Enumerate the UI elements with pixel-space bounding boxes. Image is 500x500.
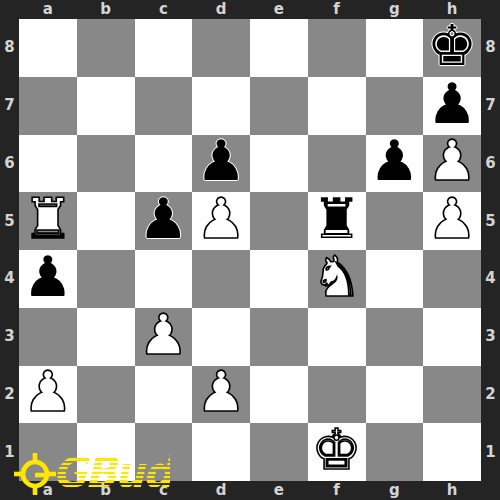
square-c2[interactable]	[135, 366, 193, 424]
square-g6[interactable]: ♟	[366, 135, 424, 193]
square-e2[interactable]	[250, 366, 308, 424]
square-a5[interactable]: ♜	[19, 192, 77, 250]
file-label-g: g	[366, 481, 424, 500]
square-a7[interactable]	[19, 77, 77, 135]
square-b6[interactable]	[77, 135, 135, 193]
file-label-d: d	[192, 0, 250, 19]
rank-label-7: 7	[481, 77, 500, 135]
square-d4[interactable]	[192, 250, 250, 308]
rank-labels-right: 87654321	[481, 19, 500, 481]
square-d2[interactable]: ♟	[192, 366, 250, 424]
board: ♚♟♟♟♟♜♟♟♜♟♟♞♟♟♟♚	[19, 19, 481, 481]
square-e5[interactable]	[250, 192, 308, 250]
square-f8[interactable]	[308, 19, 366, 77]
square-b2[interactable]	[77, 366, 135, 424]
square-d8[interactable]	[192, 19, 250, 77]
rank-label-4: 4	[0, 250, 19, 308]
square-a8[interactable]	[19, 19, 77, 77]
chess-board-screenshot: abcdefgh 87654321 87654321 abcdefgh ♚♟♟♟…	[0, 0, 500, 500]
white-pawn[interactable]: ♟	[138, 307, 188, 363]
square-g7[interactable]	[366, 77, 424, 135]
square-e7[interactable]	[250, 77, 308, 135]
white-pawn[interactable]: ♟	[196, 191, 246, 247]
rank-label-6: 6	[481, 135, 500, 193]
white-pawn[interactable]: ♟	[23, 364, 73, 420]
square-b4[interactable]	[77, 250, 135, 308]
white-rook[interactable]: ♜	[23, 191, 73, 247]
black-king[interactable]: ♚	[427, 18, 477, 74]
square-h6[interactable]: ♟	[423, 135, 481, 193]
square-e3[interactable]	[250, 308, 308, 366]
white-pawn[interactable]: ♟	[427, 133, 477, 189]
file-label-g: g	[366, 0, 424, 19]
square-h8[interactable]: ♚	[423, 19, 481, 77]
square-b8[interactable]	[77, 19, 135, 77]
black-pawn[interactable]: ♟	[369, 133, 419, 189]
square-h5[interactable]: ♟	[423, 192, 481, 250]
square-c1[interactable]	[135, 423, 193, 481]
file-label-b: b	[77, 0, 135, 19]
rank-label-7: 7	[0, 77, 19, 135]
rank-label-6: 6	[0, 135, 19, 193]
square-g5[interactable]	[366, 192, 424, 250]
square-g3[interactable]	[366, 308, 424, 366]
square-f7[interactable]	[308, 77, 366, 135]
square-b3[interactable]	[77, 308, 135, 366]
rank-label-8: 8	[0, 19, 19, 77]
square-f3[interactable]	[308, 308, 366, 366]
black-pawn[interactable]: ♟	[23, 249, 73, 305]
square-f6[interactable]	[308, 135, 366, 193]
file-label-h: h	[423, 481, 481, 500]
rank-label-3: 3	[0, 308, 19, 366]
square-b1[interactable]	[77, 423, 135, 481]
square-f2[interactable]	[308, 366, 366, 424]
rank-label-5: 5	[0, 192, 19, 250]
square-d3[interactable]	[192, 308, 250, 366]
square-c6[interactable]	[135, 135, 193, 193]
square-e6[interactable]	[250, 135, 308, 193]
square-e8[interactable]	[250, 19, 308, 77]
file-label-c: c	[135, 0, 193, 19]
square-f1[interactable]: ♚	[308, 423, 366, 481]
square-h1[interactable]	[423, 423, 481, 481]
black-pawn[interactable]: ♟	[196, 133, 246, 189]
file-label-e: e	[250, 481, 308, 500]
square-g2[interactable]	[366, 366, 424, 424]
file-labels-bottom: abcdefgh	[19, 481, 481, 500]
square-b7[interactable]	[77, 77, 135, 135]
square-f5[interactable]: ♜	[308, 192, 366, 250]
square-a4[interactable]: ♟	[19, 250, 77, 308]
square-c4[interactable]	[135, 250, 193, 308]
file-label-f: f	[308, 0, 366, 19]
black-pawn[interactable]: ♟	[427, 76, 477, 132]
square-c7[interactable]	[135, 77, 193, 135]
rank-label-1: 1	[481, 423, 500, 481]
square-a1[interactable]	[19, 423, 77, 481]
file-labels-top: abcdefgh	[19, 0, 481, 19]
square-c8[interactable]	[135, 19, 193, 77]
black-rook[interactable]: ♜	[312, 191, 362, 247]
rank-label-2: 2	[481, 366, 500, 424]
square-d6[interactable]: ♟	[192, 135, 250, 193]
file-label-e: e	[250, 0, 308, 19]
square-h7[interactable]: ♟	[423, 77, 481, 135]
file-label-f: f	[308, 481, 366, 500]
square-d7[interactable]	[192, 77, 250, 135]
rank-label-1: 1	[0, 423, 19, 481]
rank-label-3: 3	[481, 308, 500, 366]
white-king[interactable]: ♚	[312, 422, 362, 478]
square-h3[interactable]	[423, 308, 481, 366]
square-c3[interactable]: ♟	[135, 308, 193, 366]
square-a6[interactable]	[19, 135, 77, 193]
black-pawn[interactable]: ♟	[138, 191, 188, 247]
rank-label-4: 4	[481, 250, 500, 308]
square-d1[interactable]	[192, 423, 250, 481]
file-label-a: a	[19, 481, 77, 500]
square-a3[interactable]	[19, 308, 77, 366]
square-b5[interactable]	[77, 192, 135, 250]
white-knight[interactable]: ♞	[312, 249, 362, 305]
white-pawn[interactable]: ♟	[196, 364, 246, 420]
file-label-b: b	[77, 481, 135, 500]
rank-label-8: 8	[481, 19, 500, 77]
white-pawn[interactable]: ♟	[427, 191, 477, 247]
square-f4[interactable]: ♞	[308, 250, 366, 308]
square-g4[interactable]	[366, 250, 424, 308]
square-h4[interactable]	[423, 250, 481, 308]
file-label-a: a	[19, 0, 77, 19]
square-d5[interactable]: ♟	[192, 192, 250, 250]
square-g1[interactable]	[366, 423, 424, 481]
square-h2[interactable]	[423, 366, 481, 424]
rank-label-2: 2	[0, 366, 19, 424]
file-label-c: c	[135, 481, 193, 500]
square-a2[interactable]: ♟	[19, 366, 77, 424]
square-e1[interactable]	[250, 423, 308, 481]
square-g8[interactable]	[366, 19, 424, 77]
square-c5[interactable]: ♟	[135, 192, 193, 250]
square-e4[interactable]	[250, 250, 308, 308]
file-label-d: d	[192, 481, 250, 500]
rank-label-5: 5	[481, 192, 500, 250]
rank-labels-left: 87654321	[0, 19, 19, 481]
